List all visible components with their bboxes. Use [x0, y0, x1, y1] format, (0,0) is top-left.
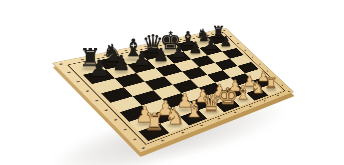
frame-dot	[133, 138, 137, 140]
frame-dot	[144, 46, 147, 47]
frame-dot	[141, 147, 145, 149]
frame-dot	[76, 81, 80, 83]
frame-dot	[104, 109, 108, 111]
frame-dot	[179, 39, 182, 40]
frame-dot	[281, 84, 283, 85]
frame-dot	[67, 71, 71, 73]
frame-dot	[210, 32, 213, 33]
frame-dot	[181, 132, 184, 134]
frame-dot	[229, 36, 232, 37]
frame-dot	[217, 118, 220, 120]
frame-dot	[274, 77, 276, 78]
frame-dot	[237, 43, 239, 44]
frame-dot	[114, 119, 118, 121]
frame-dot	[103, 54, 107, 56]
frame-dot	[266, 70, 268, 71]
frame-dot	[244, 50, 246, 51]
chess-set-photo: ♜♞♝♛♚♝♞♜♟♟♟♟♟♟♟♟♟♟♟♟♟♟♟♟♜♞♝♛♚♝♞♜	[0, 0, 344, 165]
frame-dot	[251, 56, 253, 57]
frame-dot	[223, 30, 226, 31]
frame-dot	[249, 106, 252, 108]
frame-dot	[234, 111, 237, 113]
frame-dot	[277, 95, 279, 96]
frame-dot	[161, 140, 165, 142]
frame-dot	[85, 90, 89, 92]
frame-dot	[124, 50, 127, 51]
frame-dot	[259, 63, 261, 64]
frame-dot	[95, 100, 99, 102]
frame-dot	[288, 91, 290, 92]
frame-dot	[80, 59, 84, 61]
frame-dot	[263, 100, 266, 102]
frame-dot	[59, 63, 63, 65]
frame-dot	[123, 129, 127, 131]
frame-dot	[162, 42, 165, 43]
frame-dot	[200, 124, 203, 126]
frame-dot	[195, 36, 198, 37]
